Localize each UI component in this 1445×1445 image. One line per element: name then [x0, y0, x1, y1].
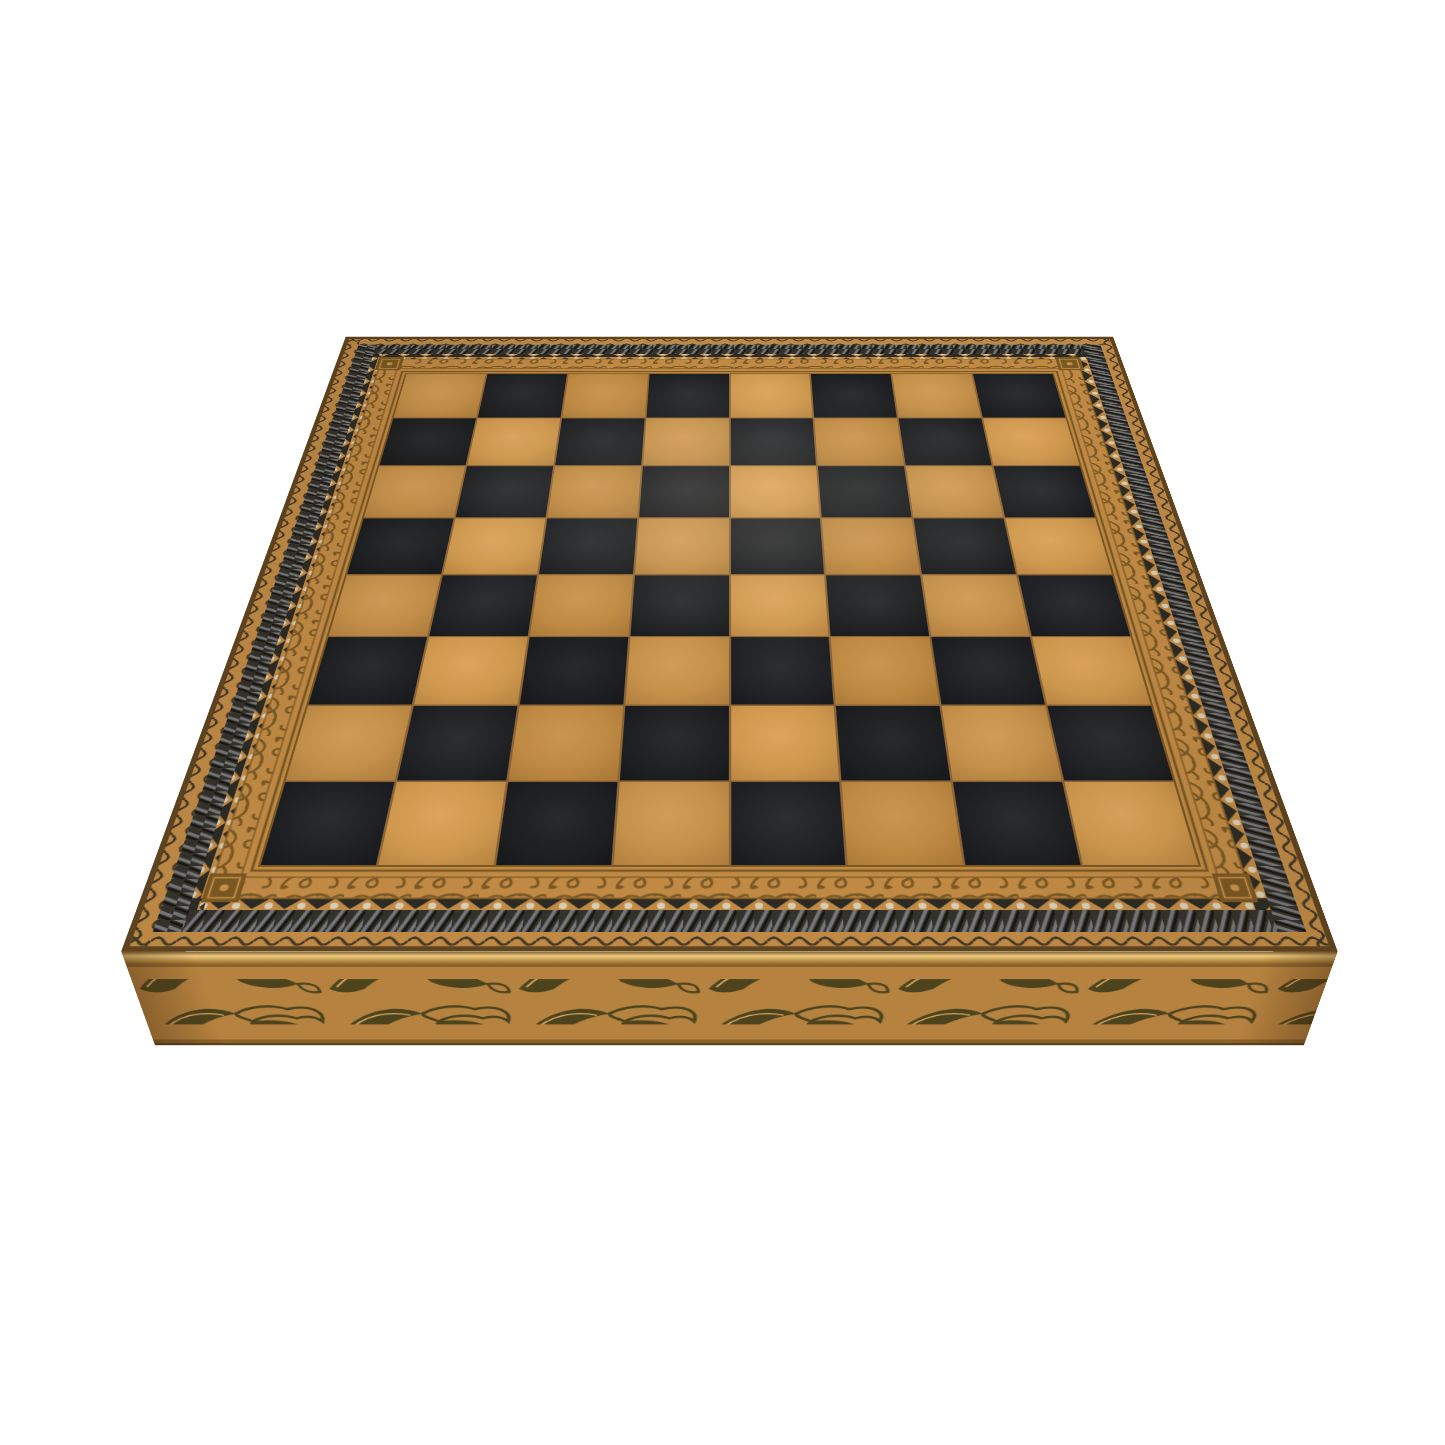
square-h8[interactable]	[973, 374, 1065, 417]
square-f3[interactable]	[831, 637, 939, 704]
square-h3[interactable]	[1032, 637, 1150, 704]
square-c6[interactable]	[547, 466, 641, 517]
square-f7[interactable]	[815, 418, 904, 465]
square-a1[interactable]	[261, 782, 395, 865]
square-d4[interactable]	[630, 575, 728, 636]
corner-rosette	[1055, 357, 1084, 370]
square-f2[interactable]	[836, 706, 950, 780]
chessboard-box	[121, 337, 1337, 952]
square-b4[interactable]	[429, 575, 536, 636]
square-g2[interactable]	[942, 706, 1062, 780]
square-c7[interactable]	[555, 418, 644, 465]
square-h7[interactable]	[983, 418, 1079, 465]
square-h2[interactable]	[1048, 706, 1174, 780]
corner-rosette	[201, 873, 247, 902]
corner-rosette	[375, 357, 404, 370]
square-e7[interactable]	[730, 418, 816, 465]
square-g1[interactable]	[953, 782, 1080, 865]
square-e6[interactable]	[730, 466, 820, 517]
square-e8[interactable]	[730, 374, 812, 417]
square-a2[interactable]	[286, 706, 412, 780]
square-d7[interactable]	[643, 418, 729, 465]
board-front-face	[121, 951, 1337, 1045]
square-d5[interactable]	[635, 518, 729, 574]
square-d1[interactable]	[613, 782, 728, 865]
square-b2[interactable]	[397, 706, 517, 780]
square-d8[interactable]	[646, 374, 728, 417]
square-c2[interactable]	[508, 706, 622, 780]
square-b5[interactable]	[443, 518, 545, 574]
square-b7[interactable]	[467, 418, 560, 465]
square-b1[interactable]	[378, 782, 505, 865]
square-f1[interactable]	[842, 782, 963, 865]
square-b6[interactable]	[456, 466, 553, 517]
square-g6[interactable]	[906, 466, 1003, 517]
square-f8[interactable]	[811, 374, 897, 417]
square-c1[interactable]	[496, 782, 617, 865]
square-c8[interactable]	[562, 374, 648, 417]
square-f4[interactable]	[826, 575, 929, 636]
square-e3[interactable]	[731, 637, 834, 704]
square-a6[interactable]	[364, 466, 465, 517]
square-g7[interactable]	[899, 418, 992, 465]
board-top-face	[121, 337, 1337, 952]
square-a8[interactable]	[394, 374, 486, 417]
square-g3[interactable]	[932, 637, 1045, 704]
square-e5[interactable]	[730, 518, 824, 574]
square-h1[interactable]	[1065, 782, 1199, 865]
square-g5[interactable]	[914, 518, 1016, 574]
square-c5[interactable]	[539, 518, 637, 574]
square-d2[interactable]	[619, 706, 728, 780]
square-g4[interactable]	[922, 575, 1029, 636]
square-c3[interactable]	[519, 637, 627, 704]
square-d6[interactable]	[639, 466, 729, 517]
corner-rosette	[1212, 873, 1258, 902]
square-h5[interactable]	[1006, 518, 1112, 574]
square-d3[interactable]	[625, 637, 728, 704]
square-f6[interactable]	[818, 466, 912, 517]
square-e2[interactable]	[731, 706, 840, 780]
board-scene	[259, 104, 1200, 1045]
square-b3[interactable]	[414, 637, 527, 704]
square-h6[interactable]	[994, 466, 1095, 517]
square-h4[interactable]	[1018, 575, 1130, 636]
square-c4[interactable]	[530, 575, 633, 636]
square-e4[interactable]	[731, 575, 829, 636]
square-e1[interactable]	[731, 782, 846, 865]
square-f5[interactable]	[822, 518, 920, 574]
square-b8[interactable]	[478, 374, 567, 417]
front-ornament	[121, 951, 1337, 1045]
chessboard-grid	[261, 374, 1199, 865]
square-a3[interactable]	[308, 637, 426, 704]
square-a5[interactable]	[347, 518, 453, 574]
square-g8[interactable]	[892, 374, 981, 417]
square-a7[interactable]	[379, 418, 475, 465]
product-photo	[0, 0, 1445, 1445]
square-a4[interactable]	[329, 575, 441, 636]
